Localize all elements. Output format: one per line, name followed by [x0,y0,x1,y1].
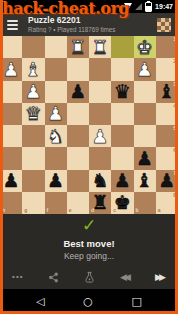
checkmark-icon: ✓ [0,215,178,235]
square-f4[interactable]: ♟ [45,103,67,125]
black-pawn: ♟ [69,82,86,101]
square-d1[interactable]: ♜ [89,36,111,58]
back-icon[interactable]: ◁ [36,296,44,307]
watermark-text: hack-cheat.org [2,0,129,18]
watermark-border-left [0,0,3,314]
file-label-b: b [136,208,139,213]
analysis-button[interactable] [83,271,96,284]
rewind-button[interactable]: ◀◀ [120,273,131,282]
chess-board[interactable]: ♜♜♚1♟♝♟2♟♟♛♝3♛♟4♞♟5♟6♟♟♞♟♝♟7hgfe♜d♚cb8a [0,36,178,214]
white-pawn: ♟ [3,60,20,79]
square-g7[interactable] [22,170,44,192]
square-b2[interactable]: ♟ [134,58,156,80]
square-e7[interactable] [67,170,89,192]
square-e3[interactable]: ♟ [67,81,89,103]
battery-icon [145,2,152,12]
white-knight: ♞ [47,127,64,146]
square-f2[interactable] [45,58,67,80]
square-c5[interactable] [111,125,133,147]
no-network-icon [135,3,142,10]
square-d4[interactable] [89,103,111,125]
square-g8[interactable]: g [22,192,44,214]
file-label-e: e [69,208,72,213]
square-b8[interactable]: b [134,192,156,214]
app-screen: 19:47 Puzzle 62201 Rating ? • Played 118… [0,0,178,314]
square-b3[interactable] [134,81,156,103]
file-label-f: f [47,208,49,213]
black-pawn: ♟ [136,149,153,168]
square-f8[interactable]: f [45,192,67,214]
black-pawn: ♟ [114,171,131,190]
square-b7[interactable]: ♝ [134,170,156,192]
square-b6[interactable]: ♟ [134,147,156,169]
white-king: ♚ [136,38,153,57]
black-queen: ♛ [114,82,131,101]
share-button[interactable] [48,272,59,283]
square-f1[interactable] [45,36,67,58]
white-pawn: ♟ [92,127,109,146]
file-label-a: a [158,208,161,213]
forward-button[interactable]: ▶▶ [155,273,166,282]
square-b1[interactable]: ♚ [134,36,156,58]
file-label-d: d [91,208,94,213]
square-d2[interactable] [89,58,111,80]
square-d7[interactable]: ♞ [89,170,111,192]
square-e8[interactable]: e [67,192,89,214]
square-e5[interactable] [67,125,89,147]
white-rook: ♜ [92,38,109,57]
square-c3[interactable]: ♛ [111,81,133,103]
square-e2[interactable] [67,58,89,80]
square-c4[interactable] [111,103,133,125]
share-icon [48,272,59,283]
square-f7[interactable]: ♟ [45,170,67,192]
square-f3[interactable] [45,81,67,103]
square-g1[interactable] [22,36,44,58]
square-h3[interactable] [0,81,22,103]
analysis-flask-icon [83,271,96,284]
white-rook: ♜ [69,38,86,57]
white-bishop: ♝ [25,60,42,79]
black-knight: ♞ [92,171,109,190]
clock-text: 19:47 [155,3,173,10]
square-c8[interactable]: ♚c [111,192,133,214]
more-options-button[interactable]: ••• [12,273,23,281]
black-pawn: ♟ [47,171,64,190]
square-e4[interactable] [67,103,89,125]
hamburger-menu-icon[interactable] [7,20,18,30]
feedback-panel: ✓ Best move! Keep going... ••• [0,214,178,289]
white-pawn: ♟ [47,104,64,123]
white-pawn: ♟ [25,82,42,101]
square-c1[interactable] [111,36,133,58]
square-d5[interactable]: ♟ [89,125,111,147]
square-c2[interactable] [111,58,133,80]
mini-chessboard-icon[interactable] [157,18,171,32]
feedback-subtitle: Keep going... [0,251,178,261]
square-h7[interactable]: ♟ [0,170,22,192]
file-label-c: c [113,208,116,213]
black-king: ♚ [114,193,131,212]
square-e6[interactable] [67,147,89,169]
file-label-g: g [24,208,27,213]
home-icon[interactable]: ○ [83,296,93,307]
white-queen: ♛ [25,104,42,123]
square-d8[interactable]: ♜d [89,192,111,214]
square-b4[interactable] [134,103,156,125]
square-g3[interactable]: ♟ [22,81,44,103]
black-bishop: ♝ [136,171,153,190]
square-e1[interactable]: ♜ [67,36,89,58]
square-h8[interactable]: h [0,192,22,214]
square-g5[interactable] [22,125,44,147]
square-d6[interactable] [89,147,111,169]
white-pawn: ♟ [136,60,153,79]
feedback-title: Best move! [0,238,178,249]
app-bar-titles: Puzzle 62201 Rating ? • Played 118769 ti… [28,16,157,33]
square-f5[interactable]: ♞ [45,125,67,147]
puzzle-toolbar: ••• ◀◀ ▶▶ [0,267,178,287]
square-h5[interactable] [0,125,22,147]
square-f6[interactable] [45,147,67,169]
square-c6[interactable] [111,147,133,169]
square-g4[interactable]: ♛ [22,103,44,125]
square-g6[interactable] [22,147,44,169]
square-b5[interactable] [134,125,156,147]
watermark-border-right [175,0,178,314]
black-pawn: ♟ [3,171,20,190]
square-h2[interactable]: ♟ [0,58,22,80]
recents-icon[interactable]: □ [132,296,142,307]
square-h6[interactable] [0,147,22,169]
square-d3[interactable] [89,81,111,103]
square-g2[interactable]: ♝ [22,58,44,80]
square-c7[interactable]: ♟ [111,170,133,192]
square-h4[interactable] [0,103,22,125]
black-rook: ♜ [92,193,109,212]
square-h1[interactable] [0,36,22,58]
puzzle-stats: Rating ? • Played 118769 times [28,26,157,33]
